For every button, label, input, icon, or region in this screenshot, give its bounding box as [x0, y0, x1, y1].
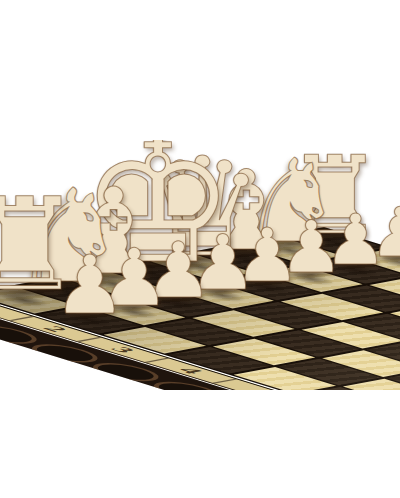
- piece-white-pawn-h2: ♟: [54, 251, 127, 320]
- chess-set-photo: 2 3 4 ♜♞♝♛♚♝♞♜♟♟♟♟♟♟♟♟: [0, 0, 400, 498]
- pawn-glyph: ♟: [54, 251, 127, 320]
- pieces-layer: ♜♞♝♛♚♝♞♜♟♟♟♟♟♟♟♟: [0, 140, 400, 390]
- photo-crop: 2 3 4 ♜♞♝♛♚♝♞♜♟♟♟♟♟♟♟♟: [0, 140, 400, 390]
